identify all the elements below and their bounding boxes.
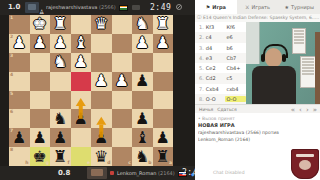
piece-white-rook[interactable]: ♜	[50, 15, 71, 34]
coord-label: h	[25, 161, 28, 166]
square-g3[interactable]	[30, 53, 51, 72]
white-move[interactable]: c4	[205, 34, 226, 40]
piece-black-bishop[interactable]: ♝	[132, 128, 153, 147]
move-number: 8.	[195, 96, 205, 102]
black-move[interactable]: O-O	[225, 96, 246, 102]
piece-black-pawn[interactable]: ♟	[71, 109, 92, 128]
coord-label: 1	[10, 16, 13, 21]
wood-frame	[315, 32, 320, 104]
white-move[interactable]: Се2	[205, 65, 226, 71]
move-number: 3.	[195, 45, 205, 51]
piece-black-pawn[interactable]: ♟	[30, 128, 51, 147]
live-marker-icon	[110, 171, 114, 175]
white-move[interactable]: d4	[205, 45, 226, 51]
black-move[interactable]: Сb7	[225, 55, 246, 61]
piece-white-pawn[interactable]: ♟	[30, 34, 51, 53]
chat-panel: • Вызов принятНОВАЯ ИГРАrajeshwarshivast…	[195, 113, 320, 180]
square-c8[interactable]: c	[112, 147, 133, 166]
side-panel: ⚑Игра⚔Играть★Турниры ⓘ E14 Queen's India…	[195, 0, 320, 180]
board-right-gutter	[173, 15, 195, 166]
square-e1[interactable]	[71, 15, 92, 34]
square-h3[interactable]: 3	[9, 53, 30, 72]
panel-tabs: ⚑Игра⚔Играть★Турниры	[195, 0, 320, 15]
square-e4[interactable]	[71, 72, 92, 91]
top-player-bar: 1.0 ♙ rajeshwarshivastava (2566) 2:49	[0, 0, 195, 15]
piece-white-pawn[interactable]: ♟	[132, 34, 153, 53]
move-number: 4.	[195, 55, 205, 61]
top-score: 1.0	[8, 3, 20, 11]
move-row: 3.d4b6	[195, 43, 246, 53]
piece-white-pawn[interactable]: ♟	[71, 53, 92, 72]
square-d3[interactable]	[91, 53, 112, 72]
opening-name: ⓘ E14 Queen's Indian Defense: Spassky Sy…	[195, 14, 320, 22]
streamer-face	[265, 48, 282, 67]
black-move[interactable]: b6	[225, 45, 246, 51]
move-row: 8.O-OO-O	[195, 94, 246, 104]
move-row: 1.Кf3Кf6	[195, 22, 246, 32]
chess-board[interactable]: 1234567abcdefg8h♜♞♛♜♚♟♝♟♟♟♟♟♟♞♟♟♟♟♞♟♟♝♟♟…	[9, 15, 173, 166]
square-h6[interactable]: 6	[9, 109, 30, 128]
piece-white-pawn[interactable]: ♟	[153, 34, 174, 53]
square-h1[interactable]: 1	[9, 15, 30, 34]
black-move[interactable]: Сb4+	[225, 65, 246, 71]
black-move[interactable]: c5	[225, 75, 246, 81]
piece-black-rook[interactable]: ♜	[153, 147, 174, 166]
white-move[interactable]: Кf3	[205, 24, 226, 30]
top-video-thumbnail	[25, 2, 39, 13]
move-number: 2.	[195, 34, 205, 40]
piece-white-rook[interactable]: ♜	[153, 15, 174, 34]
wall-calendar	[300, 56, 316, 88]
piece-white-knight[interactable]: ♞	[50, 53, 71, 72]
square-h4[interactable]: 4	[9, 72, 30, 91]
chat-line: НОВАЯ ИГРА	[198, 122, 320, 129]
piece-white-pawn[interactable]: ♟	[112, 72, 133, 91]
move-row: 7.Схb4cхb4	[195, 84, 246, 94]
top-player-rating: (2566)	[99, 4, 116, 10]
bottom-player-rating: (2164)	[158, 170, 175, 176]
coord-label: c	[128, 161, 131, 166]
piece-black-king[interactable]: ♚	[30, 147, 51, 166]
bottom-player-bar: 0.8 Lenkom_Roman (2164) ◆ 2:42	[0, 166, 207, 180]
square-f4[interactable]	[50, 72, 71, 91]
resign-button[interactable]: Сдаться	[217, 107, 236, 112]
coord-label: 3	[10, 54, 13, 59]
square-a4[interactable]	[153, 72, 174, 91]
square-b3[interactable]	[132, 53, 153, 72]
square-g5[interactable]	[30, 91, 51, 110]
square-d6[interactable]	[91, 109, 112, 128]
square-d5[interactable]	[91, 91, 112, 110]
bottom-video-thumbnail	[87, 167, 107, 179]
black-move[interactable]: cхb4	[225, 86, 246, 92]
square-c2[interactable]	[112, 34, 133, 53]
wall-calendar	[292, 28, 306, 54]
piece-black-pawn[interactable]: ♟	[50, 128, 71, 147]
piece-black-rook[interactable]: ♜	[50, 147, 71, 166]
door-background	[246, 22, 260, 64]
headphone-cup	[282, 54, 286, 62]
white-move[interactable]: Сd2	[205, 75, 226, 81]
move-number: 5.	[195, 65, 205, 71]
white-move[interactable]: O-O	[205, 96, 226, 102]
piece-black-pawn[interactable]: ♟	[9, 128, 30, 147]
square-a6[interactable]	[153, 109, 174, 128]
square-h8[interactable]: 8h	[9, 147, 30, 166]
chat-line: rajeshwarshivastava (2566) против	[198, 129, 320, 136]
tab-игра[interactable]: ⚑Игра	[195, 0, 237, 14]
piece-black-pawn[interactable]: ♟	[91, 128, 112, 147]
square-g4[interactable]	[30, 72, 51, 91]
piece-black-pawn[interactable]: ♟	[132, 109, 153, 128]
draw-button[interactable]: Ничья	[199, 107, 213, 112]
settings-icon[interactable]	[176, 4, 182, 10]
square-d2[interactable]	[91, 34, 112, 53]
move-row: 4.e3Сb7	[195, 53, 246, 63]
square-c1[interactable]	[112, 15, 133, 34]
streamer-torso	[252, 66, 296, 104]
square-a5[interactable]	[153, 91, 174, 110]
move-list[interactable]: 1.Кf3Кf62.c4e63.d4b64.e3Сb75.Се2Сb4+6.Сd…	[195, 22, 246, 104]
square-c7[interactable]	[112, 128, 133, 147]
square-a3[interactable]	[153, 53, 174, 72]
move-number: 7.	[195, 86, 205, 92]
streamer-logo	[291, 149, 319, 179]
tab-играть[interactable]: ⚔Играть	[237, 0, 279, 14]
piece-white-knight[interactable]: ♞	[132, 15, 153, 34]
square-e7[interactable]	[71, 128, 92, 147]
piece-white-pawn[interactable]: ♟	[9, 34, 30, 53]
chat-disabled-label: Chat Disabled	[213, 170, 245, 175]
top-player-name[interactable]: rajeshwarshivastava (2566)	[46, 4, 140, 11]
webcam-video	[246, 22, 320, 104]
white-move[interactable]: Схb4	[205, 86, 226, 92]
square-h5[interactable]: 5	[9, 91, 30, 110]
square-f5[interactable]	[50, 91, 71, 110]
square-e8[interactable]: e	[71, 147, 92, 166]
piece-black-pawn[interactable]: ♟	[132, 72, 153, 91]
move-row: 5.Се2Сb4+	[195, 63, 246, 73]
square-c5[interactable]	[112, 91, 133, 110]
piece-white-bishop[interactable]: ♝	[71, 34, 92, 53]
coord-label: 8	[10, 148, 13, 153]
square-c6[interactable]	[112, 109, 133, 128]
tab-турниры[interactable]: ★Турниры	[278, 0, 320, 14]
move-number: 6.	[195, 75, 205, 81]
black-move[interactable]: Кf6	[225, 24, 246, 30]
india-flag-icon	[119, 5, 128, 11]
move-row: 6.Сd2c5	[195, 73, 246, 83]
piece-black-knight[interactable]: ♞	[50, 109, 71, 128]
white-move[interactable]: e3	[205, 55, 226, 61]
tab-icon: ⚑	[206, 4, 210, 10]
coord-label: 5	[10, 92, 13, 97]
left-gutter	[0, 15, 9, 166]
top-player-badge-icon	[132, 5, 140, 10]
headphone-cup	[261, 54, 265, 62]
piece-black-knight[interactable]: ♞	[132, 147, 153, 166]
coord-label: 4	[10, 73, 13, 78]
square-b5[interactable]	[132, 91, 153, 110]
move-row: 2.c4e6	[195, 32, 246, 42]
piece-black-queen[interactable]: ♛	[91, 147, 112, 166]
chat-line: • Вызов принят	[198, 115, 320, 122]
tab-icon: ★	[285, 4, 289, 10]
piece-white-queen[interactable]: ♛	[91, 15, 112, 34]
piece-white-pawn[interactable]: ♟	[91, 72, 112, 91]
coord-label: 6	[10, 110, 13, 115]
square-c3[interactable]	[112, 53, 133, 72]
piece-black-pawn[interactable]: ♟	[153, 128, 174, 147]
square-e5[interactable]	[71, 91, 92, 110]
top-clock: 2:49	[150, 3, 171, 12]
bottom-score: 0.8	[58, 169, 70, 177]
stream-frame: 1.0 ♙ rajeshwarshivastava (2566) 2:49 12…	[0, 0, 320, 180]
black-move[interactable]: e6	[225, 34, 246, 40]
tab-icon: ⚔	[245, 4, 249, 10]
move-number: 1.	[195, 24, 205, 30]
chat-line: Lenkom_Roman (2164)	[198, 136, 320, 143]
coord-label: e	[87, 161, 90, 166]
square-g6[interactable]	[30, 109, 51, 128]
piece-white-pawn[interactable]: ♟	[50, 34, 71, 53]
piece-white-king[interactable]: ♚	[30, 15, 51, 34]
